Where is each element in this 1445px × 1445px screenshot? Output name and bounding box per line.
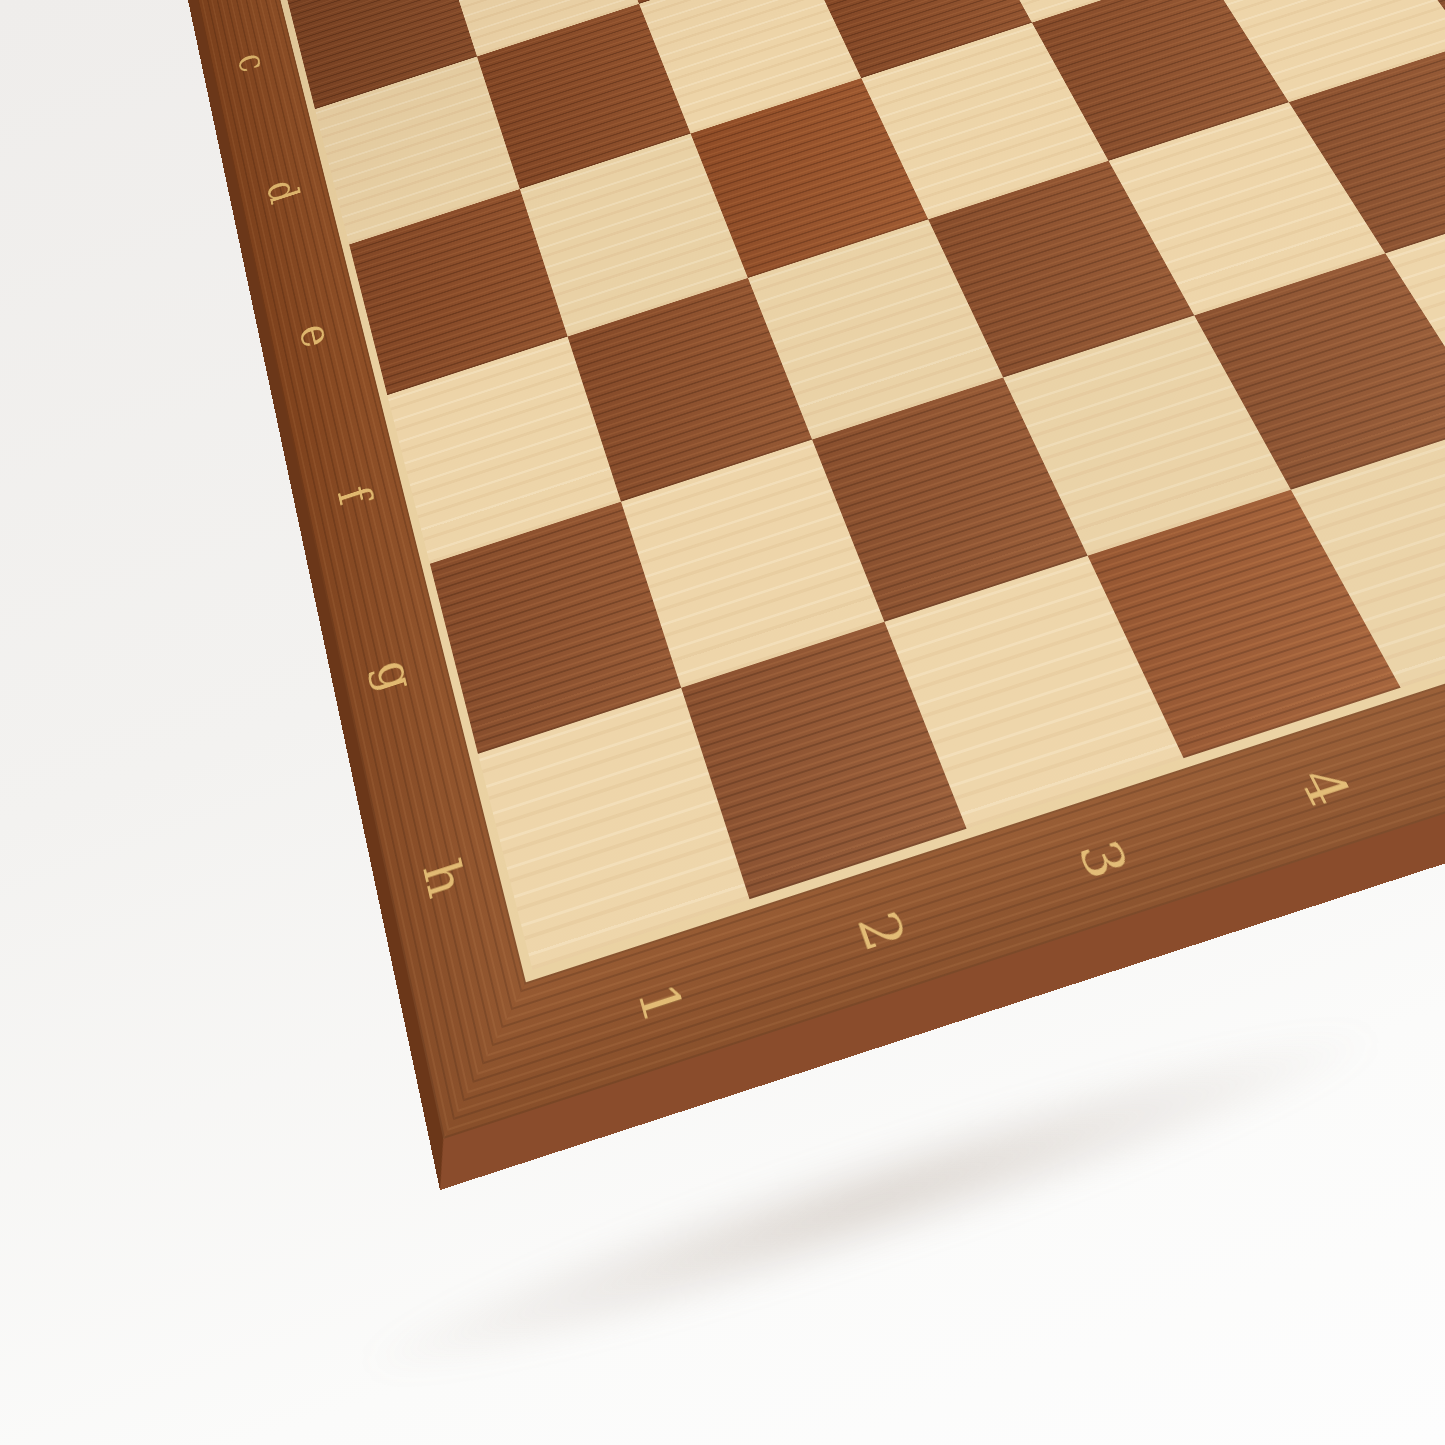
chessboard: a1b2c3d4e5f6g7h8 (135, 0, 1445, 1190)
product-photo-background: a1b2c3d4e5f6g7h8 (0, 0, 1445, 1445)
board-frame: a1b2c3d4e5f6g7h8 (143, 0, 1445, 1139)
board-scene: a1b2c3d4e5f6g7h8 (0, 0, 1445, 1445)
